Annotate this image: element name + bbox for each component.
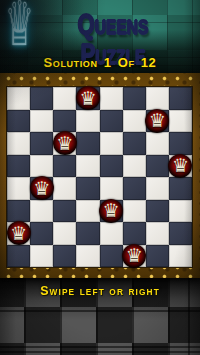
board-square — [100, 245, 123, 268]
board-square — [100, 222, 123, 245]
board-square — [53, 245, 76, 268]
board-square — [53, 87, 76, 110]
board-square — [53, 155, 76, 178]
board-square — [30, 155, 53, 178]
board-square — [123, 155, 146, 178]
board-square: ♛ — [30, 177, 53, 200]
board-square — [123, 87, 146, 110]
board-square — [100, 155, 123, 178]
queen-glyph: ♛ — [56, 134, 73, 153]
board-square — [76, 222, 99, 245]
board-square — [169, 177, 192, 200]
board-square — [146, 132, 169, 155]
board-square — [7, 245, 30, 268]
board-square — [146, 222, 169, 245]
board-square — [123, 132, 146, 155]
board-square — [53, 177, 76, 200]
queen-glyph: ♛ — [172, 156, 189, 175]
board-square — [169, 87, 192, 110]
board-square — [7, 87, 30, 110]
board-square: ♛ — [76, 87, 99, 110]
queen-piece: ♛ — [30, 176, 54, 200]
queen-piece: ♛ — [53, 131, 77, 155]
board-square: ♛ — [146, 110, 169, 133]
board-square: ♛ — [123, 245, 146, 268]
board-square — [76, 155, 99, 178]
queen-piece: ♛ — [122, 244, 146, 268]
board-square — [53, 110, 76, 133]
board-square — [169, 110, 192, 133]
board-square — [76, 177, 99, 200]
queen-piece: ♛ — [7, 221, 31, 245]
queen-glyph: ♛ — [149, 111, 166, 130]
board-square — [169, 245, 192, 268]
board-frame: ♛♛♛♛♛♛♛♛ — [0, 73, 200, 278]
queen-glyph: ♛ — [79, 89, 96, 108]
board-square — [76, 200, 99, 223]
board-square — [169, 222, 192, 245]
queen-piece: ♛ — [168, 154, 192, 178]
solution-counter: Solution 1 Of 12 — [0, 55, 200, 70]
board-square — [76, 132, 99, 155]
board-square — [30, 110, 53, 133]
board-square: ♛ — [7, 222, 30, 245]
board-square — [146, 87, 169, 110]
board-square — [100, 110, 123, 133]
board-square — [123, 177, 146, 200]
board-square — [7, 200, 30, 223]
board-square — [76, 110, 99, 133]
board-square — [146, 245, 169, 268]
board-square — [123, 110, 146, 133]
board-square — [146, 155, 169, 178]
board-square — [30, 132, 53, 155]
board-square — [7, 177, 30, 200]
board-square: ♛ — [100, 200, 123, 223]
chess-board[interactable]: ♛♛♛♛♛♛♛♛ — [7, 87, 192, 267]
board-square — [146, 200, 169, 223]
queen-piece: ♛ — [145, 109, 169, 133]
swipe-hint: Swipe left or right — [8, 283, 192, 298]
queen-logo-icon: ♕ — [5, 0, 34, 55]
queen-piece: ♛ — [99, 199, 123, 223]
board-square — [7, 110, 30, 133]
board-square — [7, 155, 30, 178]
app-screen: ♕ Queens Puzzle Solution 1 Of 12 ♛♛♛♛♛♛♛… — [0, 0, 200, 355]
board-square — [53, 200, 76, 223]
board-square — [53, 222, 76, 245]
board-square — [123, 222, 146, 245]
board-square: ♛ — [169, 155, 192, 178]
board-square — [30, 245, 53, 268]
board-square — [169, 132, 192, 155]
header: ♕ Queens Puzzle — [0, 0, 200, 56]
board-square — [76, 245, 99, 268]
board-square: ♛ — [53, 132, 76, 155]
board-square — [100, 132, 123, 155]
board-square — [100, 177, 123, 200]
board-square — [169, 200, 192, 223]
board-square — [7, 132, 30, 155]
board-square — [30, 222, 53, 245]
queen-glyph: ♛ — [103, 201, 120, 220]
board-square — [30, 200, 53, 223]
queen-glyph: ♛ — [33, 179, 50, 198]
queen-piece: ♛ — [76, 86, 100, 110]
queen-glyph: ♛ — [10, 224, 27, 243]
queen-glyph: ♛ — [126, 246, 143, 265]
board-square — [123, 200, 146, 223]
board-square — [146, 177, 169, 200]
board-square — [100, 87, 123, 110]
board-square — [30, 87, 53, 110]
